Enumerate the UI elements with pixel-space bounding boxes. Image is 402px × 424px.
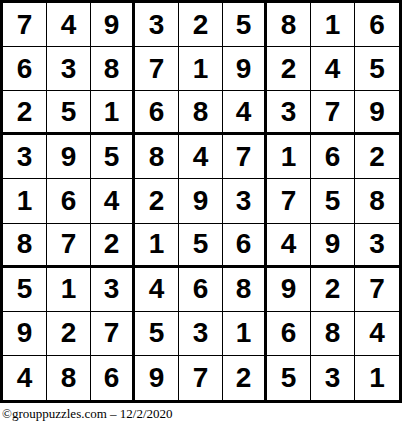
cell-r7c2: 1 xyxy=(47,268,91,312)
cell-r2c3: 8 xyxy=(91,47,135,91)
cell-r8c6: 1 xyxy=(223,312,267,356)
cell-r8c2: 2 xyxy=(47,312,91,356)
cell-r2c2: 3 xyxy=(47,47,91,91)
cell-r5c2: 6 xyxy=(47,179,91,223)
cell-r8c5: 3 xyxy=(179,312,223,356)
cell-r4c3: 5 xyxy=(91,135,135,179)
cell-r1c8: 1 xyxy=(311,3,355,47)
cell-r3c8: 7 xyxy=(311,91,355,135)
cell-r7c9: 7 xyxy=(355,268,399,312)
cell-r8c4: 5 xyxy=(135,312,179,356)
cell-r1c5: 2 xyxy=(179,3,223,47)
cell-r3c5: 8 xyxy=(179,91,223,135)
cell-r9c6: 2 xyxy=(223,356,267,400)
cell-r3c9: 9 xyxy=(355,91,399,135)
cell-r9c8: 3 xyxy=(311,356,355,400)
cell-r3c4: 6 xyxy=(135,91,179,135)
cell-r4c1: 3 xyxy=(3,135,47,179)
cell-r7c7: 9 xyxy=(267,268,311,312)
cell-r5c8: 5 xyxy=(311,179,355,223)
sudoku-board: 7493258166387192452516843793958471621642… xyxy=(0,0,402,403)
cell-r1c6: 5 xyxy=(223,3,267,47)
cell-r2c9: 5 xyxy=(355,47,399,91)
cell-r7c3: 3 xyxy=(91,268,135,312)
cell-r5c1: 1 xyxy=(3,179,47,223)
cell-r8c1: 9 xyxy=(3,312,47,356)
cell-r7c4: 4 xyxy=(135,268,179,312)
cell-r8c8: 8 xyxy=(311,312,355,356)
cell-r6c4: 1 xyxy=(135,224,179,268)
cell-r1c1: 7 xyxy=(3,3,47,47)
cell-r5c7: 7 xyxy=(267,179,311,223)
cell-r9c2: 8 xyxy=(47,356,91,400)
cell-r5c9: 8 xyxy=(355,179,399,223)
cell-r5c4: 2 xyxy=(135,179,179,223)
cell-r2c7: 2 xyxy=(267,47,311,91)
cell-r1c4: 3 xyxy=(135,3,179,47)
cell-r4c9: 2 xyxy=(355,135,399,179)
cell-r9c1: 4 xyxy=(3,356,47,400)
cell-r6c2: 7 xyxy=(47,224,91,268)
cell-r9c4: 9 xyxy=(135,356,179,400)
cell-r3c3: 1 xyxy=(91,91,135,135)
cell-r6c3: 2 xyxy=(91,224,135,268)
cell-r2c1: 6 xyxy=(3,47,47,91)
cell-r7c6: 8 xyxy=(223,268,267,312)
cell-r6c1: 8 xyxy=(3,224,47,268)
cell-r3c6: 4 xyxy=(223,91,267,135)
cell-r3c2: 5 xyxy=(47,91,91,135)
cell-r8c9: 4 xyxy=(355,312,399,356)
cell-r4c4: 8 xyxy=(135,135,179,179)
cell-r2c6: 9 xyxy=(223,47,267,91)
cell-r3c7: 3 xyxy=(267,91,311,135)
cell-r8c3: 7 xyxy=(91,312,135,356)
sudoku-page: 7493258166387192452516843793958471621642… xyxy=(0,0,402,424)
cell-r9c5: 7 xyxy=(179,356,223,400)
copyright-credit: ©grouppuzzles.com – 12/2/2020 xyxy=(2,406,173,422)
cell-r4c7: 1 xyxy=(267,135,311,179)
cell-r9c7: 5 xyxy=(267,356,311,400)
cell-r1c3: 9 xyxy=(91,3,135,47)
cell-r5c3: 4 xyxy=(91,179,135,223)
cell-r3c1: 2 xyxy=(3,91,47,135)
cell-r6c5: 5 xyxy=(179,224,223,268)
cell-r5c6: 3 xyxy=(223,179,267,223)
cell-r6c8: 9 xyxy=(311,224,355,268)
cell-r2c4: 7 xyxy=(135,47,179,91)
cell-r2c8: 4 xyxy=(311,47,355,91)
cell-r6c7: 4 xyxy=(267,224,311,268)
cell-r1c9: 6 xyxy=(355,3,399,47)
cell-r5c5: 9 xyxy=(179,179,223,223)
cell-r6c9: 3 xyxy=(355,224,399,268)
cell-r4c8: 6 xyxy=(311,135,355,179)
cell-r6c6: 6 xyxy=(223,224,267,268)
cell-r9c3: 6 xyxy=(91,356,135,400)
cell-r9c9: 1 xyxy=(355,356,399,400)
cell-r7c1: 5 xyxy=(3,268,47,312)
cell-r4c6: 7 xyxy=(223,135,267,179)
cell-r4c5: 4 xyxy=(179,135,223,179)
cell-r2c5: 1 xyxy=(179,47,223,91)
cell-r7c5: 6 xyxy=(179,268,223,312)
cell-r4c2: 9 xyxy=(47,135,91,179)
cell-r7c8: 2 xyxy=(311,268,355,312)
cell-r1c7: 8 xyxy=(267,3,311,47)
cell-r1c2: 4 xyxy=(47,3,91,47)
cell-r8c7: 6 xyxy=(267,312,311,356)
